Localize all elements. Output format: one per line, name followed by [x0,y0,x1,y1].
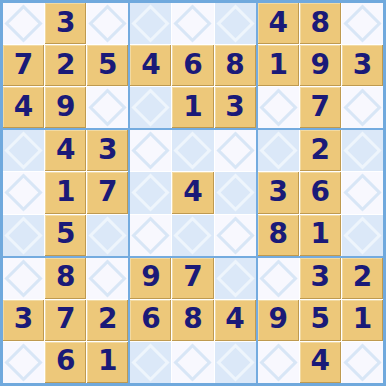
cell-r1c1[interactable] [3,3,44,44]
cell-r9c1[interactable] [3,342,44,383]
cell-r3c2[interactable]: 9 [45,87,86,128]
cell-r5c4[interactable] [130,172,171,213]
cell-r7c7[interactable] [258,258,299,299]
cell-digit: 7 [311,93,330,121]
cell-r7c5[interactable]: 7 [172,258,213,299]
diamond-pattern [4,132,42,170]
diamond-pattern [343,132,381,170]
cell-r2c7[interactable]: 1 [258,45,299,86]
cell-digit: 7 [98,178,117,206]
cell-digit: 4 [183,178,202,206]
box-r2c1: 43175 [3,130,128,255]
diamond-pattern [343,89,381,127]
diamond-pattern [174,4,212,42]
cell-r8c1[interactable]: 3 [3,300,44,341]
cell-r6c8[interactable]: 1 [300,215,341,256]
cell-r3c9[interactable] [342,87,383,128]
diamond-pattern [216,259,254,297]
cell-r5c2[interactable]: 1 [45,172,86,213]
cell-r6c6[interactable] [215,215,256,256]
cell-r9c4[interactable] [130,342,171,383]
diamond-pattern [174,216,212,254]
cell-r3c1[interactable]: 4 [3,87,44,128]
diamond-pattern [174,343,212,381]
cell-r7c6[interactable] [215,258,256,299]
box-r3c2: 97684 [130,258,255,383]
sudoku-board: 3725494681348193743175423681837261976843… [0,0,386,386]
box-r1c3: 481937 [258,3,383,128]
cell-r5c1[interactable] [3,172,44,213]
cell-r7c3[interactable] [87,258,128,299]
cell-r1c6[interactable] [215,3,256,44]
cell-r3c7[interactable] [258,87,299,128]
diamond-pattern [132,89,170,127]
diamond-pattern [259,343,297,381]
cell-digit: 3 [353,51,372,79]
cell-r2c6[interactable]: 8 [215,45,256,86]
cell-r1c3[interactable] [87,3,128,44]
cell-r1c2[interactable]: 3 [45,3,86,44]
cell-r8c8[interactable]: 5 [300,300,341,341]
cell-r7c9[interactable]: 2 [342,258,383,299]
cell-r7c4[interactable]: 9 [130,258,171,299]
diamond-pattern [89,4,127,42]
cell-digit: 2 [311,136,330,164]
cell-r3c3[interactable] [87,87,128,128]
cell-digit: 1 [56,178,75,206]
cell-r9c5[interactable] [172,342,213,383]
diamond-pattern [259,259,297,297]
diamond-pattern [89,216,127,254]
cell-digit: 5 [311,305,330,333]
diamond-pattern [343,216,381,254]
box-r1c2: 46813 [130,3,255,128]
cell-digit: 6 [56,347,75,375]
cell-digit: 8 [268,220,287,248]
cell-r1c9[interactable] [342,3,383,44]
cell-digit: 7 [183,263,202,291]
cell-digit: 8 [225,51,244,79]
cell-r1c4[interactable] [130,3,171,44]
diamond-pattern [4,259,42,297]
cell-digit: 6 [311,178,330,206]
cell-digit: 9 [268,305,287,333]
cell-r9c9[interactable] [342,342,383,383]
cell-digit: 4 [141,51,160,79]
diamond-pattern [132,216,170,254]
cell-digit: 1 [183,93,202,121]
cell-r6c9[interactable] [342,215,383,256]
diamond-pattern [174,132,212,170]
cell-r4c2[interactable]: 4 [45,130,86,171]
cell-digit: 4 [14,93,33,121]
diamond-pattern [216,174,254,212]
diamond-pattern [216,216,254,254]
cell-r8c3[interactable]: 2 [87,300,128,341]
diamond-pattern [4,216,42,254]
diamond-pattern [4,174,42,212]
cell-r3c6[interactable]: 3 [215,87,256,128]
diamond-pattern [4,343,42,381]
cell-digit: 2 [56,51,75,79]
cell-r6c2[interactable]: 5 [45,215,86,256]
cell-r6c1[interactable] [3,215,44,256]
cell-r5c8[interactable]: 6 [300,172,341,213]
box-r2c3: 23681 [258,130,383,255]
cell-digit: 1 [311,220,330,248]
diamond-pattern [132,343,170,381]
cell-r9c6[interactable] [215,342,256,383]
box-r1c1: 372549 [3,3,128,128]
cell-digit: 4 [56,136,75,164]
diamond-pattern [89,89,127,127]
cell-r3c8[interactable]: 7 [300,87,341,128]
box-r2c2: 4 [130,130,255,255]
diamond-pattern [343,343,381,381]
cell-digit: 7 [14,51,33,79]
cell-r4c9[interactable] [342,130,383,171]
cell-r5c3[interactable]: 7 [87,172,128,213]
cell-r2c1[interactable]: 7 [3,45,44,86]
cell-digit: 9 [311,51,330,79]
cell-digit: 8 [311,9,330,37]
box-r3c1: 837261 [3,258,128,383]
cell-digit: 8 [183,305,202,333]
diamond-pattern [132,132,170,170]
cell-r2c2[interactable]: 2 [45,45,86,86]
cell-r4c5[interactable] [172,130,213,171]
cell-digit: 3 [56,9,75,37]
diamond-pattern [216,343,254,381]
cell-digit: 3 [268,178,287,206]
diamond-pattern [216,4,254,42]
cell-r8c2[interactable]: 7 [45,300,86,341]
cell-digit: 1 [98,347,117,375]
cell-r3c5[interactable]: 1 [172,87,213,128]
cell-digit: 2 [353,263,372,291]
cell-r3c4[interactable] [130,87,171,128]
box-r3c3: 329514 [258,258,383,383]
cell-digit: 3 [14,305,33,333]
cell-r8c9[interactable]: 1 [342,300,383,341]
cell-digit: 4 [225,305,244,333]
cell-digit: 3 [98,136,117,164]
cell-r4c7[interactable] [258,130,299,171]
cell-r5c7[interactable]: 3 [258,172,299,213]
cell-r1c8[interactable]: 8 [300,3,341,44]
cell-r1c5[interactable] [172,3,213,44]
diamond-pattern [259,89,297,127]
cell-r6c4[interactable] [130,215,171,256]
cell-digit: 3 [311,263,330,291]
cell-r2c4[interactable]: 4 [130,45,171,86]
cell-r4c8[interactable]: 2 [300,130,341,171]
cell-digit: 5 [98,51,117,79]
cell-digit: 5 [56,220,75,248]
cell-digit: 6 [141,305,160,333]
cell-r4c4[interactable] [130,130,171,171]
cell-r9c8[interactable]: 4 [300,342,341,383]
diamond-pattern [343,4,381,42]
cell-digit: 7 [56,305,75,333]
cell-r4c6[interactable] [215,130,256,171]
cell-r2c3[interactable]: 5 [87,45,128,86]
cell-digit: 9 [56,93,75,121]
diamond-pattern [132,174,170,212]
cell-r6c3[interactable] [87,215,128,256]
diamond-pattern [216,132,254,170]
cell-r5c9[interactable] [342,172,383,213]
cell-r7c1[interactable] [3,258,44,299]
diamond-pattern [259,132,297,170]
cell-r2c8[interactable]: 9 [300,45,341,86]
cell-digit: 3 [225,93,244,121]
cell-r6c7[interactable]: 8 [258,215,299,256]
cell-r5c6[interactable] [215,172,256,213]
cell-digit: 2 [98,305,117,333]
cell-r4c3[interactable]: 3 [87,130,128,171]
cell-r4c1[interactable] [3,130,44,171]
diamond-pattern [343,174,381,212]
cell-r2c5[interactable]: 6 [172,45,213,86]
cell-r8c6[interactable]: 4 [215,300,256,341]
cell-r2c9[interactable]: 3 [342,45,383,86]
cell-digit: 9 [141,263,160,291]
diamond-pattern [132,4,170,42]
cell-digit: 4 [268,9,287,37]
cell-r6c5[interactable] [172,215,213,256]
cell-digit: 8 [56,263,75,291]
cell-r7c8[interactable]: 3 [300,258,341,299]
cell-digit: 4 [311,347,330,375]
cell-r8c5[interactable]: 8 [172,300,213,341]
cell-r7c2[interactable]: 8 [45,258,86,299]
cell-r1c7[interactable]: 4 [258,3,299,44]
cell-r8c7[interactable]: 9 [258,300,299,341]
cell-digit: 1 [353,305,372,333]
diamond-pattern [4,4,42,42]
diamond-pattern [89,259,127,297]
cell-r5c5[interactable]: 4 [172,172,213,213]
cell-r8c4[interactable]: 6 [130,300,171,341]
cell-r9c7[interactable] [258,342,299,383]
cell-r9c2[interactable]: 6 [45,342,86,383]
cell-digit: 6 [183,51,202,79]
cell-digit: 1 [268,51,287,79]
cell-r9c3[interactable]: 1 [87,342,128,383]
